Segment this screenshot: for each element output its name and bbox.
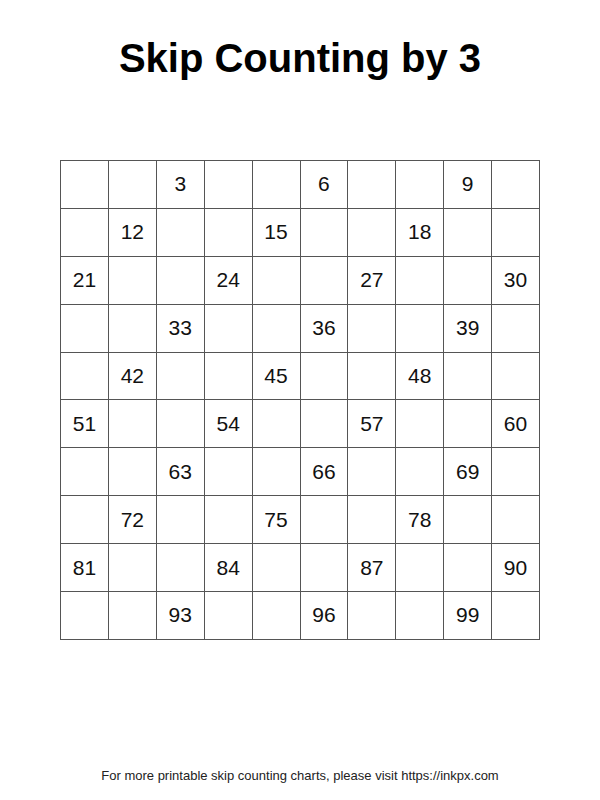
grid-cell — [396, 592, 444, 640]
grid-cell — [396, 400, 444, 448]
grid-cell — [348, 448, 396, 496]
grid-cell: 51 — [61, 400, 109, 448]
grid-cell — [301, 353, 349, 401]
grid-cell: 78 — [396, 496, 444, 544]
grid-cell — [61, 592, 109, 640]
grid-cell — [205, 209, 253, 257]
grid-cell — [253, 257, 301, 305]
grid-cell: 48 — [396, 353, 444, 401]
grid-cell — [492, 209, 540, 257]
grid-cell — [109, 592, 157, 640]
grid-cell — [492, 448, 540, 496]
grid-cell: 69 — [444, 448, 492, 496]
grid-cell: 24 — [205, 257, 253, 305]
grid-cell: 27 — [348, 257, 396, 305]
grid-cell — [396, 257, 444, 305]
grid-cell: 39 — [444, 305, 492, 353]
grid-cell: 42 — [109, 353, 157, 401]
grid-cell — [253, 305, 301, 353]
grid-cell: 36 — [301, 305, 349, 353]
grid-cell — [61, 448, 109, 496]
grid-cell — [444, 209, 492, 257]
grid-cell — [396, 544, 444, 592]
grid-cell — [253, 544, 301, 592]
grid-cell — [205, 448, 253, 496]
grid-cell: 33 — [157, 305, 205, 353]
page-title: Skip Counting by 3 — [0, 0, 600, 82]
grid-cell — [348, 592, 396, 640]
grid-cell — [205, 592, 253, 640]
grid-cell — [205, 353, 253, 401]
grid-cell — [492, 161, 540, 209]
grid-cell — [157, 400, 205, 448]
grid-cell — [396, 448, 444, 496]
grid-cell — [205, 496, 253, 544]
grid-cell — [205, 161, 253, 209]
grid-cell — [109, 257, 157, 305]
grid-cell: 15 — [253, 209, 301, 257]
grid-cell: 96 — [301, 592, 349, 640]
counting-grid: 3691215182124273033363942454851545760636… — [60, 160, 540, 640]
grid-cell — [492, 496, 540, 544]
grid-cell: 45 — [253, 353, 301, 401]
grid-cell — [61, 496, 109, 544]
grid-cell — [253, 592, 301, 640]
grid-cell: 9 — [444, 161, 492, 209]
grid-cell: 21 — [61, 257, 109, 305]
grid-cell — [348, 161, 396, 209]
grid-cell: 87 — [348, 544, 396, 592]
grid-cell — [205, 305, 253, 353]
grid-cell — [396, 161, 444, 209]
grid-cell: 93 — [157, 592, 205, 640]
grid-cell — [157, 544, 205, 592]
grid-cell — [61, 209, 109, 257]
grid-cell — [253, 448, 301, 496]
grid-cell — [253, 161, 301, 209]
grid-cell: 60 — [492, 400, 540, 448]
grid-cell: 75 — [253, 496, 301, 544]
grid-cell — [301, 496, 349, 544]
grid-cell — [301, 544, 349, 592]
grid-cell — [109, 161, 157, 209]
grid-cell — [492, 353, 540, 401]
grid-cell — [109, 305, 157, 353]
grid-cell: 99 — [444, 592, 492, 640]
footer-text: For more printable skip counting charts,… — [0, 768, 600, 783]
grid-cell: 30 — [492, 257, 540, 305]
grid-cell — [492, 592, 540, 640]
grid-cell: 84 — [205, 544, 253, 592]
grid-cell: 57 — [348, 400, 396, 448]
grid-cell — [109, 448, 157, 496]
grid-cell — [348, 353, 396, 401]
grid-cell — [109, 400, 157, 448]
grid-cell — [348, 209, 396, 257]
grid-cell: 72 — [109, 496, 157, 544]
grid-cell — [61, 161, 109, 209]
grid-cell: 54 — [205, 400, 253, 448]
grid-cell: 3 — [157, 161, 205, 209]
grid-cell — [492, 305, 540, 353]
grid-cell — [444, 544, 492, 592]
printable-page: Skip Counting by 3 369121518212427303336… — [0, 0, 600, 800]
grid-cell — [61, 353, 109, 401]
grid-cell — [301, 257, 349, 305]
grid-cell — [109, 544, 157, 592]
grid-cell — [396, 305, 444, 353]
grid-cell — [444, 400, 492, 448]
grid-cell — [348, 496, 396, 544]
grid-cell — [253, 400, 301, 448]
grid-cell — [61, 305, 109, 353]
grid-cell: 6 — [301, 161, 349, 209]
grid-cell — [348, 305, 396, 353]
grid-cell — [157, 209, 205, 257]
grid-cell: 18 — [396, 209, 444, 257]
grid-cell — [301, 400, 349, 448]
grid-cell: 81 — [61, 544, 109, 592]
grid-cell: 66 — [301, 448, 349, 496]
grid-cell — [444, 496, 492, 544]
grid-cell: 63 — [157, 448, 205, 496]
grid-cell — [301, 209, 349, 257]
grid-cell — [444, 353, 492, 401]
grid-cell — [444, 257, 492, 305]
grid-cell: 90 — [492, 544, 540, 592]
grid-cell — [157, 496, 205, 544]
grid-cell — [157, 257, 205, 305]
grid-cell — [157, 353, 205, 401]
grid-cell: 12 — [109, 209, 157, 257]
